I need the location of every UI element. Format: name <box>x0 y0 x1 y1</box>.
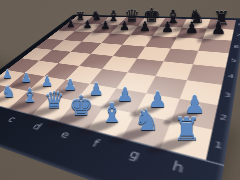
piece-black-pawn-a7[interactable]: ♟ <box>66 19 76 29</box>
piece-white-pawn-b2[interactable]: ♟ <box>20 72 32 84</box>
piece-black-pawn-b7[interactable]: ♟ <box>82 19 93 30</box>
piece-black-pawn-e7[interactable]: ♟ <box>138 20 151 33</box>
piece-white-pawn-a2[interactable]: ♟ <box>2 69 13 80</box>
piece-black-pawn-d7[interactable]: ♟ <box>118 20 130 32</box>
piece-black-pawn-h7[interactable]: ♟ <box>210 20 227 37</box>
pieces-layer: ♜♞♝♛♚♝♞♜♟♟♟♟♟♟♟♟♟♟♟♟♟♟♟♟♜♞♝♛♚♝♞♜ <box>0 0 240 180</box>
piece-black-pawn-c7[interactable]: ♟ <box>100 20 111 31</box>
piece-white-rook-h1[interactable]: ♜ <box>171 114 202 145</box>
piece-white-king-e1[interactable]: ♚ <box>68 92 95 119</box>
piece-white-queen-d1[interactable]: ♛ <box>43 89 66 112</box>
piece-white-pawn-c2[interactable]: ♟ <box>40 75 54 89</box>
piece-black-pawn-f7[interactable]: ♟ <box>160 20 174 34</box>
piece-white-knight-b1[interactable]: ♞ <box>1 84 17 100</box>
piece-white-bishop-c1[interactable]: ♝ <box>21 87 40 106</box>
piece-white-knight-g1[interactable]: ♞ <box>132 106 161 135</box>
piece-white-bishop-f1[interactable]: ♝ <box>99 100 126 127</box>
scene: a8b7c6d5e4f3g2h1 ♜♞♝♛♚♝♞♜♟♟♟♟♟♟♟♟♟♟♟♟♟♟♟… <box>0 0 240 180</box>
piece-black-pawn-g7[interactable]: ♟ <box>184 20 200 36</box>
